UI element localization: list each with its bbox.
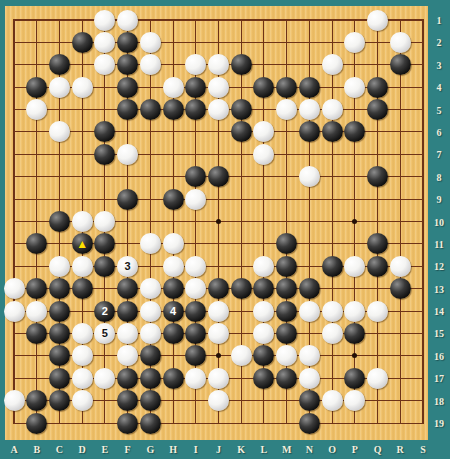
triangle-mark: ▲ bbox=[76, 238, 88, 250]
move-number-label: 4 bbox=[170, 306, 176, 317]
stone-white[interactable] bbox=[185, 256, 206, 277]
column-label: G bbox=[146, 444, 154, 455]
stone-black[interactable] bbox=[117, 368, 138, 389]
stone-black[interactable] bbox=[49, 278, 70, 299]
go-diagram: 3245▲ABCDEFGHIJKLMNOPQRS1234567891011121… bbox=[0, 0, 450, 459]
stone-white[interactable] bbox=[322, 390, 343, 411]
stone-white[interactable] bbox=[185, 368, 206, 389]
stone-black[interactable] bbox=[185, 301, 206, 322]
column-label: L bbox=[261, 444, 268, 455]
star-point bbox=[216, 219, 221, 224]
stone-white[interactable] bbox=[208, 77, 229, 98]
column-label: S bbox=[420, 444, 426, 455]
stone-black[interactable] bbox=[117, 32, 138, 53]
stone-white[interactable] bbox=[322, 323, 343, 344]
stone-black[interactable] bbox=[276, 368, 297, 389]
row-label: 18 bbox=[434, 395, 444, 406]
move-number-label: 5 bbox=[102, 328, 108, 339]
stone-black[interactable] bbox=[276, 301, 297, 322]
column-label: C bbox=[56, 444, 63, 455]
stone-black[interactable] bbox=[117, 189, 138, 210]
stone-black[interactable] bbox=[49, 368, 70, 389]
stone-white[interactable] bbox=[140, 278, 161, 299]
column-label: M bbox=[282, 444, 291, 455]
column-label: D bbox=[79, 444, 86, 455]
column-label: E bbox=[102, 444, 109, 455]
stone-black[interactable] bbox=[299, 413, 320, 434]
row-label: 14 bbox=[434, 306, 444, 317]
stone-white[interactable] bbox=[163, 233, 184, 254]
stone-black[interactable] bbox=[117, 413, 138, 434]
column-label: R bbox=[397, 444, 404, 455]
stone-white[interactable] bbox=[72, 368, 93, 389]
stone-black[interactable] bbox=[49, 323, 70, 344]
row-label: 9 bbox=[437, 194, 442, 205]
stone-white[interactable] bbox=[390, 32, 411, 53]
stone-white[interactable] bbox=[72, 390, 93, 411]
stone-black[interactable] bbox=[231, 278, 252, 299]
stone-black[interactable] bbox=[299, 390, 320, 411]
stone-black[interactable] bbox=[231, 121, 252, 142]
row-label: 1 bbox=[437, 15, 442, 26]
stone-black[interactable] bbox=[276, 256, 297, 277]
stone-white[interactable] bbox=[49, 77, 70, 98]
row-label: 2 bbox=[437, 37, 442, 48]
column-label: F bbox=[125, 444, 131, 455]
stone-white[interactable]: 3 bbox=[117, 256, 138, 277]
stone-black[interactable] bbox=[299, 278, 320, 299]
stone-black[interactable] bbox=[72, 278, 93, 299]
stone-black[interactable] bbox=[140, 368, 161, 389]
stone-white[interactable] bbox=[163, 256, 184, 277]
stone-white[interactable] bbox=[72, 323, 93, 344]
stone-white[interactable] bbox=[117, 323, 138, 344]
go-board[interactable]: 3245▲ABCDEFGHIJKLMNOPQRS1234567891011121… bbox=[0, 0, 450, 459]
row-label: 12 bbox=[434, 261, 444, 272]
stone-white[interactable] bbox=[208, 323, 229, 344]
column-label: O bbox=[328, 444, 336, 455]
stone-black[interactable] bbox=[49, 301, 70, 322]
column-label: I bbox=[194, 444, 198, 455]
stone-black[interactable]: 4 bbox=[163, 301, 184, 322]
stone-white[interactable] bbox=[367, 10, 388, 31]
stone-white[interactable] bbox=[208, 99, 229, 120]
row-label: 17 bbox=[434, 373, 444, 384]
row-label: 19 bbox=[434, 418, 444, 429]
row-label: 15 bbox=[434, 328, 444, 339]
stone-white[interactable] bbox=[299, 368, 320, 389]
row-label: 5 bbox=[437, 104, 442, 115]
stone-black[interactable] bbox=[140, 390, 161, 411]
column-label: P bbox=[352, 444, 358, 455]
stone-black[interactable] bbox=[231, 54, 252, 75]
stone-black[interactable] bbox=[163, 99, 184, 120]
row-label: 10 bbox=[434, 216, 444, 227]
stone-white[interactable] bbox=[140, 301, 161, 322]
column-label: H bbox=[169, 444, 177, 455]
row-label: 4 bbox=[437, 82, 442, 93]
stone-black[interactable] bbox=[253, 368, 274, 389]
stone-black[interactable] bbox=[163, 323, 184, 344]
stone-white[interactable] bbox=[322, 99, 343, 120]
stone-black[interactable] bbox=[117, 301, 138, 322]
column-label: J bbox=[216, 444, 221, 455]
stone-black[interactable] bbox=[140, 413, 161, 434]
stone-black[interactable] bbox=[185, 77, 206, 98]
stone-white[interactable] bbox=[208, 368, 229, 389]
stone-white[interactable] bbox=[208, 301, 229, 322]
stone-black[interactable] bbox=[163, 278, 184, 299]
stone-white[interactable] bbox=[72, 77, 93, 98]
stone-black[interactable] bbox=[117, 77, 138, 98]
stone-black[interactable] bbox=[163, 189, 184, 210]
stone-white[interactable] bbox=[367, 301, 388, 322]
stone-black[interactable] bbox=[390, 54, 411, 75]
column-label: A bbox=[10, 444, 17, 455]
stone-black[interactable] bbox=[163, 368, 184, 389]
stone-white[interactable] bbox=[140, 32, 161, 53]
stone-white[interactable] bbox=[4, 301, 25, 322]
stone-white[interactable] bbox=[344, 301, 365, 322]
row-label: 13 bbox=[434, 283, 444, 294]
stone-white[interactable] bbox=[140, 323, 161, 344]
stone-black[interactable] bbox=[367, 256, 388, 277]
stone-black[interactable] bbox=[72, 32, 93, 53]
stone-white[interactable] bbox=[4, 390, 25, 411]
stone-black[interactable] bbox=[231, 99, 252, 120]
stone-white[interactable] bbox=[117, 144, 138, 165]
stone-black[interactable] bbox=[26, 413, 47, 434]
row-label: 6 bbox=[437, 126, 442, 137]
stone-white[interactable] bbox=[94, 368, 115, 389]
stone-white[interactable] bbox=[94, 10, 115, 31]
stone-white[interactable] bbox=[26, 301, 47, 322]
row-label: 16 bbox=[434, 350, 444, 361]
stone-white[interactable] bbox=[140, 54, 161, 75]
column-label: N bbox=[306, 444, 313, 455]
column-label: K bbox=[237, 444, 245, 455]
stone-white[interactable] bbox=[231, 345, 252, 366]
stone-white[interactable] bbox=[344, 256, 365, 277]
stone-white[interactable] bbox=[367, 368, 388, 389]
stone-black[interactable] bbox=[367, 99, 388, 120]
stone-black[interactable] bbox=[276, 323, 297, 344]
stone-black[interactable] bbox=[49, 390, 70, 411]
column-label: B bbox=[33, 444, 40, 455]
stone-white[interactable] bbox=[208, 390, 229, 411]
stone-white[interactable] bbox=[299, 166, 320, 187]
stone-black[interactable] bbox=[322, 121, 343, 142]
stone-black[interactable] bbox=[276, 77, 297, 98]
stone-white[interactable] bbox=[117, 10, 138, 31]
stone-white[interactable] bbox=[72, 211, 93, 232]
stone-black[interactable] bbox=[49, 211, 70, 232]
stone-white[interactable] bbox=[72, 345, 93, 366]
stone-black[interactable] bbox=[299, 77, 320, 98]
stone-black[interactable] bbox=[367, 77, 388, 98]
row-label: 3 bbox=[437, 59, 442, 70]
row-label: 11 bbox=[434, 238, 443, 249]
stone-white[interactable] bbox=[4, 278, 25, 299]
column-label: Q bbox=[374, 444, 382, 455]
stone-white[interactable] bbox=[344, 77, 365, 98]
stone-white[interactable] bbox=[49, 256, 70, 277]
stone-black[interactable] bbox=[140, 99, 161, 120]
row-label: 7 bbox=[437, 149, 442, 160]
stone-black[interactable]: 2 bbox=[94, 301, 115, 322]
stone-white[interactable] bbox=[299, 301, 320, 322]
stone-white[interactable] bbox=[253, 301, 274, 322]
stone-white[interactable] bbox=[322, 54, 343, 75]
row-label: 8 bbox=[437, 171, 442, 182]
stone-black[interactable] bbox=[322, 256, 343, 277]
move-number-label: 3 bbox=[125, 261, 131, 272]
stone-black[interactable] bbox=[344, 368, 365, 389]
stone-white[interactable] bbox=[72, 256, 93, 277]
stone-black[interactable] bbox=[253, 77, 274, 98]
stone-black[interactable] bbox=[208, 278, 229, 299]
stone-white[interactable] bbox=[163, 77, 184, 98]
stone-white[interactable] bbox=[299, 99, 320, 120]
stone-white[interactable] bbox=[322, 301, 343, 322]
stone-white[interactable] bbox=[185, 189, 206, 210]
stone-black[interactable] bbox=[117, 99, 138, 120]
stone-black[interactable] bbox=[26, 77, 47, 98]
move-number-label: 2 bbox=[102, 306, 108, 317]
stone-black[interactable] bbox=[390, 278, 411, 299]
stone-white[interactable] bbox=[390, 256, 411, 277]
